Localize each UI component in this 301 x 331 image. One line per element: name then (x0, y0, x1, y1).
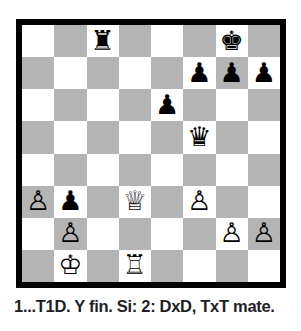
square-b3[interactable]: ♟ (54, 186, 86, 218)
square-h7[interactable]: ♟ (248, 57, 280, 89)
square-b4[interactable] (54, 154, 86, 186)
square-c5[interactable] (87, 121, 119, 153)
square-a7[interactable] (22, 57, 54, 89)
square-f3[interactable]: ♙ (183, 186, 215, 218)
square-c6[interactable] (87, 89, 119, 121)
square-d8[interactable] (119, 25, 151, 57)
square-h1[interactable] (248, 250, 280, 282)
square-a2[interactable] (22, 218, 54, 250)
square-e4[interactable] (151, 154, 183, 186)
white-pawn: ♙ (220, 219, 244, 246)
square-e7[interactable] (151, 57, 183, 89)
square-b6[interactable] (54, 89, 86, 121)
square-e5[interactable] (151, 121, 183, 153)
square-c2[interactable] (87, 218, 119, 250)
white-queen: ♕ (123, 187, 147, 214)
square-e3[interactable] (151, 186, 183, 218)
square-d3[interactable]: ♕ (119, 186, 151, 218)
page: ♜♚♟♟♟♟♛♙♟♕♙♙♙♙♔♖ 1...T1D. Y fin. Si: 2: … (0, 0, 301, 331)
black-rook: ♜ (91, 27, 115, 54)
square-f6[interactable] (183, 89, 215, 121)
square-h5[interactable] (248, 121, 280, 153)
white-pawn: ♙ (252, 219, 276, 246)
square-g2[interactable]: ♙ (216, 218, 248, 250)
square-e2[interactable] (151, 218, 183, 250)
square-e1[interactable] (151, 250, 183, 282)
square-h8[interactable] (248, 25, 280, 57)
square-f4[interactable] (183, 154, 215, 186)
square-f8[interactable] (183, 25, 215, 57)
square-g6[interactable] (216, 89, 248, 121)
square-h2[interactable]: ♙ (248, 218, 280, 250)
white-pawn: ♙ (58, 219, 82, 246)
square-g4[interactable] (216, 154, 248, 186)
square-a6[interactable] (22, 89, 54, 121)
square-a5[interactable] (22, 121, 54, 153)
black-king: ♚ (220, 27, 244, 54)
black-pawn: ♟ (155, 91, 179, 118)
white-rook: ♖ (123, 251, 147, 278)
square-b7[interactable] (54, 57, 86, 89)
square-a4[interactable] (22, 154, 54, 186)
square-c8[interactable]: ♜ (87, 25, 119, 57)
square-g1[interactable] (216, 250, 248, 282)
square-f2[interactable] (183, 218, 215, 250)
square-h6[interactable] (248, 89, 280, 121)
white-pawn: ♙ (187, 187, 211, 214)
square-e8[interactable] (151, 25, 183, 57)
square-d1[interactable]: ♖ (119, 250, 151, 282)
square-f5[interactable]: ♛ (183, 121, 215, 153)
square-c1[interactable] (87, 250, 119, 282)
square-b1[interactable]: ♔ (54, 250, 86, 282)
square-b2[interactable]: ♙ (54, 218, 86, 250)
square-g8[interactable]: ♚ (216, 25, 248, 57)
black-pawn: ♟ (187, 59, 211, 86)
square-a3[interactable]: ♙ (22, 186, 54, 218)
square-d7[interactable] (119, 57, 151, 89)
square-e6[interactable]: ♟ (151, 89, 183, 121)
black-queen: ♛ (187, 123, 211, 150)
square-g3[interactable] (216, 186, 248, 218)
white-pawn: ♙ (26, 187, 50, 214)
square-g5[interactable] (216, 121, 248, 153)
black-pawn: ♟ (58, 187, 82, 214)
square-d6[interactable] (119, 89, 151, 121)
square-h4[interactable] (248, 154, 280, 186)
move-annotation: 1...T1D. Y fin. Si: 2: DxD, TxT mate. (14, 297, 299, 316)
black-pawn: ♟ (220, 59, 244, 86)
square-d2[interactable] (119, 218, 151, 250)
square-b5[interactable] (54, 121, 86, 153)
square-h3[interactable] (248, 186, 280, 218)
square-b8[interactable] (54, 25, 86, 57)
square-d4[interactable] (119, 154, 151, 186)
square-c4[interactable] (87, 154, 119, 186)
square-d5[interactable] (119, 121, 151, 153)
square-c7[interactable] (87, 57, 119, 89)
square-a1[interactable] (22, 250, 54, 282)
square-f7[interactable]: ♟ (183, 57, 215, 89)
chess-board: ♜♚♟♟♟♟♛♙♟♕♙♙♙♙♔♖ (16, 19, 286, 288)
black-pawn: ♟ (252, 59, 276, 86)
square-f1[interactable] (183, 250, 215, 282)
white-king: ♔ (58, 251, 82, 278)
square-a8[interactable] (22, 25, 54, 57)
square-g7[interactable]: ♟ (216, 57, 248, 89)
square-c3[interactable] (87, 186, 119, 218)
